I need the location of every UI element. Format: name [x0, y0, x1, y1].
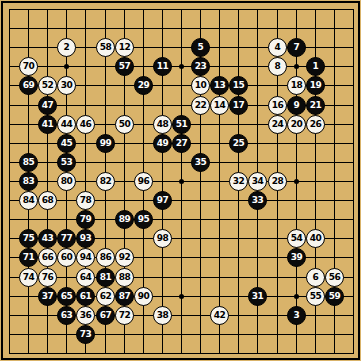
stone-black-41: 41	[38, 115, 57, 134]
stone-white-44: 44	[57, 115, 76, 134]
move-number: 93	[80, 234, 92, 243]
move-number: 53	[61, 158, 73, 167]
stone-white-2: 2	[57, 38, 76, 57]
move-number: 24	[272, 120, 284, 129]
stone-white-80: 80	[57, 172, 76, 191]
stone-black-53: 53	[57, 153, 76, 172]
move-number: 51	[176, 120, 188, 129]
star-point	[294, 179, 299, 184]
move-number: 45	[61, 139, 73, 148]
grid-line-horizontal	[9, 219, 354, 220]
move-number: 71	[23, 253, 35, 262]
move-number: 76	[42, 273, 54, 282]
move-number: 31	[252, 292, 264, 301]
stone-black-79: 79	[76, 210, 95, 229]
stone-black-3: 3	[287, 306, 306, 325]
move-number: 43	[42, 234, 54, 243]
move-number: 99	[100, 139, 112, 148]
stone-white-46: 46	[76, 115, 95, 134]
move-number: 30	[61, 81, 73, 90]
move-number: 50	[119, 120, 131, 129]
stone-black-49: 49	[153, 134, 172, 153]
stone-white-55: 55	[306, 287, 325, 306]
move-number: 13	[214, 81, 226, 90]
move-number: 72	[119, 311, 131, 320]
stone-white-52: 52	[38, 76, 57, 95]
stone-black-25: 25	[229, 134, 248, 153]
move-number: 20	[291, 120, 303, 129]
star-point	[294, 64, 299, 69]
stone-white-84: 84	[19, 191, 38, 210]
move-number: 3	[294, 311, 300, 320]
stone-black-29: 29	[134, 76, 153, 95]
move-number: 34	[252, 177, 264, 186]
move-number: 17	[233, 101, 245, 110]
move-number: 6	[313, 273, 319, 282]
go-board[interactable]: 1234567891011121314151617181920212223242…	[0, 0, 361, 361]
stone-white-86: 86	[96, 248, 115, 267]
move-number: 75	[23, 234, 35, 243]
move-number: 27	[176, 139, 188, 148]
stone-black-77: 77	[57, 229, 76, 248]
stone-black-7: 7	[287, 38, 306, 57]
stone-white-74: 74	[19, 268, 38, 287]
stone-black-95: 95	[134, 210, 153, 229]
move-number: 33	[252, 196, 264, 205]
stone-black-87: 87	[115, 287, 134, 306]
move-number: 98	[157, 234, 169, 243]
stone-black-43: 43	[38, 229, 57, 248]
move-number: 32	[233, 177, 245, 186]
move-number: 54	[291, 234, 303, 243]
move-number: 48	[157, 120, 169, 129]
move-number: 94	[80, 253, 92, 262]
move-number: 65	[61, 292, 73, 301]
move-number: 5	[198, 43, 204, 52]
move-number: 79	[80, 215, 92, 224]
move-number: 60	[61, 253, 73, 262]
stone-black-1: 1	[306, 57, 325, 76]
grid-line-horizontal	[9, 277, 354, 278]
stone-white-76: 76	[38, 268, 57, 287]
move-number: 80	[61, 177, 73, 186]
move-number: 97	[157, 196, 169, 205]
stone-white-48: 48	[153, 115, 172, 134]
move-number: 89	[119, 215, 131, 224]
move-number: 21	[310, 101, 322, 110]
move-number: 39	[291, 253, 303, 262]
stone-white-42: 42	[210, 306, 229, 325]
move-number: 23	[195, 62, 207, 71]
move-number: 78	[80, 196, 92, 205]
stone-white-26: 26	[306, 115, 325, 134]
move-number: 77	[61, 234, 73, 243]
star-point	[294, 294, 299, 299]
stone-white-16: 16	[268, 96, 287, 115]
move-number: 19	[310, 81, 322, 90]
stone-white-72: 72	[115, 306, 134, 325]
move-number: 1	[313, 62, 319, 71]
stone-white-12: 12	[115, 38, 134, 57]
move-number: 26	[310, 120, 322, 129]
stone-black-33: 33	[248, 191, 267, 210]
stone-black-59: 59	[325, 287, 344, 306]
move-number: 63	[61, 311, 73, 320]
move-number: 56	[329, 273, 341, 282]
move-number: 47	[42, 101, 54, 110]
stone-black-15: 15	[229, 76, 248, 95]
move-number: 22	[195, 101, 207, 110]
stone-black-9: 9	[287, 96, 306, 115]
stone-white-24: 24	[268, 115, 287, 134]
move-number: 15	[233, 81, 245, 90]
stone-white-18: 18	[287, 76, 306, 95]
move-number: 88	[119, 273, 131, 282]
move-number: 25	[233, 139, 245, 148]
move-number: 59	[329, 292, 341, 301]
stone-black-71: 71	[19, 248, 38, 267]
stone-black-51: 51	[172, 115, 191, 134]
stone-white-10: 10	[191, 76, 210, 95]
stone-black-47: 47	[38, 96, 57, 115]
stone-white-20: 20	[287, 115, 306, 134]
stone-black-37: 37	[38, 287, 57, 306]
stone-white-90: 90	[134, 287, 153, 306]
move-number: 7	[294, 43, 300, 52]
stone-white-58: 58	[96, 38, 115, 57]
move-number: 2	[64, 43, 70, 52]
move-number: 8	[275, 62, 281, 71]
move-number: 18	[291, 81, 303, 90]
stone-white-98: 98	[153, 229, 172, 248]
stone-black-23: 23	[191, 57, 210, 76]
stone-black-99: 99	[96, 134, 115, 153]
move-number: 87	[119, 292, 131, 301]
stone-white-62: 62	[96, 287, 115, 306]
move-number: 64	[80, 273, 92, 282]
move-number: 83	[23, 177, 35, 186]
stone-white-82: 82	[96, 172, 115, 191]
stone-black-19: 19	[306, 76, 325, 95]
stone-black-65: 65	[57, 287, 76, 306]
stone-white-22: 22	[191, 96, 210, 115]
grid-line-vertical	[353, 9, 354, 354]
stone-black-61: 61	[76, 287, 95, 306]
stone-white-32: 32	[229, 172, 248, 191]
move-number: 57	[119, 62, 131, 71]
move-number: 41	[42, 120, 54, 129]
stone-black-31: 31	[248, 287, 267, 306]
stone-white-30: 30	[57, 76, 76, 95]
move-number: 44	[61, 120, 73, 129]
stone-white-28: 28	[268, 172, 287, 191]
move-number: 81	[100, 273, 112, 282]
move-number: 74	[23, 273, 35, 282]
grid-line-horizontal	[9, 334, 354, 335]
stone-black-13: 13	[210, 76, 229, 95]
move-number: 36	[80, 311, 92, 320]
stone-black-27: 27	[172, 134, 191, 153]
move-number: 92	[119, 253, 131, 262]
stone-white-92: 92	[115, 248, 134, 267]
move-number: 84	[23, 196, 35, 205]
move-number: 4	[275, 43, 281, 52]
grid-line-horizontal	[9, 200, 354, 201]
stone-white-88: 88	[115, 268, 134, 287]
move-number: 62	[100, 292, 112, 301]
stone-black-63: 63	[57, 306, 76, 325]
move-number: 96	[138, 177, 150, 186]
move-number: 95	[138, 215, 150, 224]
stone-white-60: 60	[57, 248, 76, 267]
move-number: 86	[100, 253, 112, 262]
grid-line-horizontal	[9, 353, 354, 354]
stone-black-89: 89	[115, 210, 134, 229]
move-number: 52	[42, 81, 54, 90]
stone-black-73: 73	[76, 325, 95, 344]
move-number: 69	[23, 81, 35, 90]
stone-black-39: 39	[287, 248, 306, 267]
move-number: 68	[42, 196, 54, 205]
stone-black-85: 85	[19, 153, 38, 172]
move-number: 16	[272, 101, 284, 110]
stone-white-66: 66	[38, 248, 57, 267]
move-number: 11	[157, 62, 169, 71]
move-number: 10	[195, 81, 207, 90]
move-number: 66	[42, 253, 54, 262]
stone-black-57: 57	[115, 57, 134, 76]
move-number: 55	[310, 292, 322, 301]
stone-white-36: 36	[76, 306, 95, 325]
move-number: 58	[100, 43, 112, 52]
stone-black-97: 97	[153, 191, 172, 210]
move-number: 73	[80, 330, 92, 339]
move-number: 37	[42, 292, 54, 301]
move-number: 49	[157, 139, 169, 148]
grid-line-vertical	[219, 9, 220, 354]
stone-white-8: 8	[268, 57, 287, 76]
move-number: 35	[195, 158, 207, 167]
stone-white-4: 4	[268, 38, 287, 57]
stone-white-50: 50	[115, 115, 134, 134]
stone-white-64: 64	[76, 268, 95, 287]
move-number: 67	[100, 311, 112, 320]
stone-white-70: 70	[19, 57, 38, 76]
stone-black-75: 75	[19, 229, 38, 248]
move-number: 46	[80, 120, 92, 129]
stone-white-34: 34	[248, 172, 267, 191]
stone-black-83: 83	[19, 172, 38, 191]
stone-white-40: 40	[306, 229, 325, 248]
move-number: 85	[23, 158, 35, 167]
stone-white-56: 56	[325, 268, 344, 287]
stone-white-38: 38	[153, 306, 172, 325]
stone-white-94: 94	[76, 248, 95, 267]
stone-black-5: 5	[191, 38, 210, 57]
stone-black-11: 11	[153, 57, 172, 76]
stone-black-45: 45	[57, 134, 76, 153]
move-number: 9	[294, 101, 300, 110]
stone-white-96: 96	[134, 172, 153, 191]
stone-white-54: 54	[287, 229, 306, 248]
move-number: 90	[138, 292, 150, 301]
stone-black-69: 69	[19, 76, 38, 95]
stone-black-81: 81	[96, 268, 115, 287]
move-number: 82	[100, 177, 112, 186]
star-point	[179, 294, 184, 299]
stone-white-14: 14	[210, 96, 229, 115]
move-number: 29	[138, 81, 150, 90]
stone-black-93: 93	[76, 229, 95, 248]
move-number: 61	[80, 292, 92, 301]
stone-black-17: 17	[229, 96, 248, 115]
stone-black-67: 67	[96, 306, 115, 325]
move-number: 40	[310, 234, 322, 243]
stone-white-6: 6	[306, 268, 325, 287]
star-point	[64, 64, 69, 69]
stone-black-21: 21	[306, 96, 325, 115]
star-point	[179, 64, 184, 69]
move-number: 70	[23, 62, 35, 71]
move-number: 12	[119, 43, 131, 52]
move-number: 14	[214, 101, 226, 110]
move-number: 28	[272, 177, 284, 186]
move-number: 38	[157, 311, 169, 320]
star-point	[179, 179, 184, 184]
stone-white-78: 78	[76, 191, 95, 210]
stone-black-35: 35	[191, 153, 210, 172]
stone-white-68: 68	[38, 191, 57, 210]
move-number: 42	[214, 311, 226, 320]
